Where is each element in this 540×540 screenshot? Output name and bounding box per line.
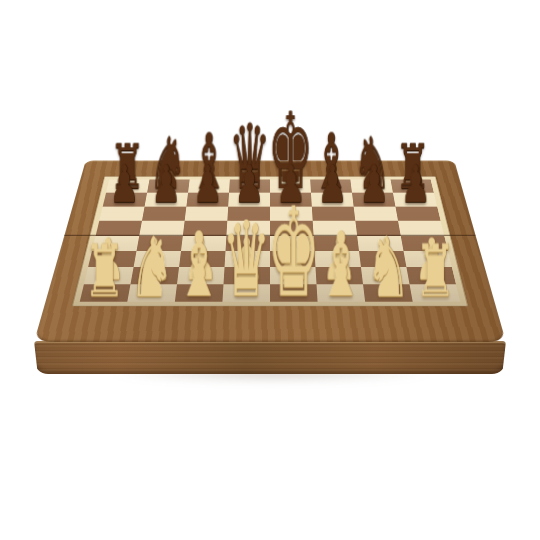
piece-black-pawn-a7: ♟ <box>109 159 140 211</box>
piece-white-knight-b1: ♞ <box>129 226 174 309</box>
piece-black-pawn-f7: ♟ <box>317 159 348 211</box>
board-box-front-edge <box>34 341 506 374</box>
piece-white-rook-h1: ♜ <box>415 235 456 307</box>
piece-white-queen-d1: ♛ <box>222 208 271 312</box>
piece-black-pawn-h7: ♟ <box>400 159 431 211</box>
piece-white-king-e1: ♚ <box>267 192 320 315</box>
piece-black-pawn-c7: ♟ <box>192 159 223 211</box>
chess-board: ♜♞♝♛♚♝♞♜♟♟♟♟♟♟♟♟♟♟♟♟♟♟♟♟♜♞♝♛♚♝♞♜ <box>34 161 506 342</box>
piece-black-pawn-g7: ♟ <box>359 159 390 211</box>
piece-white-rook-a1: ♜ <box>84 235 125 307</box>
piece-black-pawn-b7: ♟ <box>151 159 182 211</box>
pieces-layer: ♜♞♝♛♚♝♞♜♟♟♟♟♟♟♟♟♟♟♟♟♟♟♟♟♜♞♝♛♚♝♞♜ <box>34 161 506 342</box>
chess-set-product-photo: ♜♞♝♛♚♝♞♜♟♟♟♟♟♟♟♟♟♟♟♟♟♟♟♟♜♞♝♛♚♝♞♜ <box>0 0 540 540</box>
piece-white-bishop-f1: ♝ <box>319 221 364 310</box>
piece-white-knight-g1: ♞ <box>366 226 411 309</box>
piece-white-bishop-c1: ♝ <box>177 221 222 310</box>
board-top-surface: ♜♞♝♛♚♝♞♜♟♟♟♟♟♟♟♟♟♟♟♟♟♟♟♟♜♞♝♛♚♝♞♜ <box>34 161 506 342</box>
